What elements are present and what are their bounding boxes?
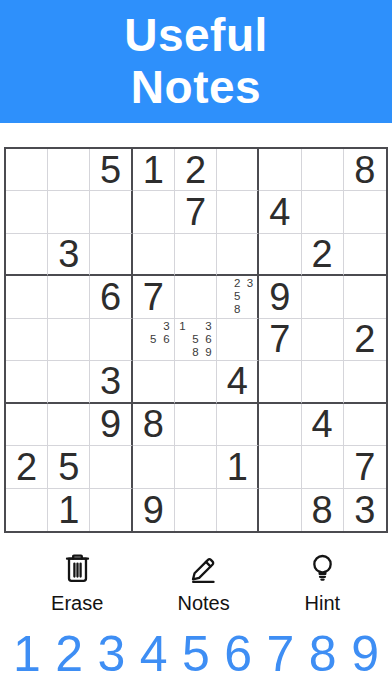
cell-r6c3[interactable]: 3: [90, 361, 132, 403]
cell-r8c8[interactable]: [302, 446, 344, 488]
cell-r7c2[interactable]: [48, 404, 90, 446]
cell-r7c5[interactable]: [175, 404, 217, 446]
cell-r8c6[interactable]: 1: [217, 446, 259, 488]
cell-r6c9[interactable]: [344, 361, 386, 403]
cell-r2c4[interactable]: [133, 191, 175, 233]
pencil-notes: 2358: [218, 277, 256, 316]
cell-r7c1[interactable]: [6, 404, 48, 446]
cell-r8c3[interactable]: [90, 446, 132, 488]
cell-r4c2[interactable]: [48, 276, 90, 318]
cell-r9c5[interactable]: [175, 489, 217, 531]
cell-r8c4[interactable]: [133, 446, 175, 488]
cell-r2c8[interactable]: [302, 191, 344, 233]
cell-r9c4[interactable]: 9: [133, 489, 175, 531]
trash-icon: [59, 550, 96, 590]
cell-r2c3[interactable]: [90, 191, 132, 233]
cell-r9c7[interactable]: [259, 489, 301, 531]
cell-r5c1[interactable]: [6, 319, 48, 361]
cell-r4c1[interactable]: [6, 276, 48, 318]
cell-r2c1[interactable]: [6, 191, 48, 233]
header-banner: Useful Notes: [0, 0, 392, 123]
cell-r5c9[interactable]: 2: [344, 319, 386, 361]
numpad-1[interactable]: 1: [13, 625, 41, 683]
cell-r3c3[interactable]: [90, 234, 132, 276]
cell-r8c7[interactable]: [259, 446, 301, 488]
notes-label: Notes: [177, 592, 229, 615]
cell-r1c9[interactable]: 8: [344, 149, 386, 191]
cell-r5c2[interactable]: [48, 319, 90, 361]
cell-r4c5[interactable]: [175, 276, 217, 318]
cell-r1c5[interactable]: 2: [175, 149, 217, 191]
cell-r1c6[interactable]: [217, 149, 259, 191]
cell-r6c2[interactable]: [48, 361, 90, 403]
cell-r8c5[interactable]: [175, 446, 217, 488]
cell-r2c6[interactable]: [217, 191, 259, 233]
cell-r4c9[interactable]: [344, 276, 386, 318]
cell-r2c7[interactable]: 4: [259, 191, 301, 233]
cell-r6c6[interactable]: 4: [217, 361, 259, 403]
numpad-4[interactable]: 4: [140, 625, 168, 683]
cell-r7c3[interactable]: 9: [90, 404, 132, 446]
cell-r5c8[interactable]: [302, 319, 344, 361]
cell-r2c9[interactable]: [344, 191, 386, 233]
pencil-icon: [185, 550, 222, 590]
cell-r9c8[interactable]: 8: [302, 489, 344, 531]
cell-r6c1[interactable]: [6, 361, 48, 403]
erase-button[interactable]: Erase: [51, 550, 103, 615]
cell-r8c1[interactable]: 2: [6, 446, 48, 488]
cell-r4c6[interactable]: 2358: [217, 276, 259, 318]
cell-r6c4[interactable]: [133, 361, 175, 403]
cell-r1c8[interactable]: [302, 149, 344, 191]
sudoku-board: 512874326723589356135689723498425171983: [4, 147, 388, 533]
cell-r1c3[interactable]: 5: [90, 149, 132, 191]
cell-r5c7[interactable]: 7: [259, 319, 301, 361]
cell-r6c8[interactable]: [302, 361, 344, 403]
cell-r9c3[interactable]: [90, 489, 132, 531]
cell-r3c1[interactable]: [6, 234, 48, 276]
cell-r3c5[interactable]: [175, 234, 217, 276]
hint-button[interactable]: Hint: [304, 550, 341, 615]
numpad-5[interactable]: 5: [182, 625, 210, 683]
pencil-notes: 135689: [176, 320, 215, 359]
erase-label: Erase: [51, 592, 103, 615]
cell-r3c6[interactable]: [217, 234, 259, 276]
numpad-8[interactable]: 8: [309, 625, 337, 683]
cell-r8c9[interactable]: 7: [344, 446, 386, 488]
cell-r7c7[interactable]: [259, 404, 301, 446]
cell-r7c9[interactable]: [344, 404, 386, 446]
cell-r1c4[interactable]: 1: [133, 149, 175, 191]
banner-title-line2: Notes: [0, 61, 392, 113]
cell-r2c5[interactable]: 7: [175, 191, 217, 233]
cell-r4c8[interactable]: [302, 276, 344, 318]
cell-r1c1[interactable]: [6, 149, 48, 191]
notes-button[interactable]: Notes: [177, 550, 229, 615]
cell-r7c6[interactable]: [217, 404, 259, 446]
cell-r9c1[interactable]: [6, 489, 48, 531]
cell-r7c4[interactable]: 8: [133, 404, 175, 446]
numpad-9[interactable]: 9: [351, 625, 379, 683]
cell-r9c2[interactable]: 1: [48, 489, 90, 531]
cell-r4c7[interactable]: 9: [259, 276, 301, 318]
toolbar: Erase Notes Hi: [0, 550, 392, 615]
cell-r5c5[interactable]: 135689: [175, 319, 217, 361]
cell-r8c2[interactable]: 5: [48, 446, 90, 488]
cell-r3c4[interactable]: [133, 234, 175, 276]
numpad-7[interactable]: 7: [267, 625, 295, 683]
numpad-3[interactable]: 3: [98, 625, 126, 683]
cell-r9c6[interactable]: [217, 489, 259, 531]
lightbulb-icon: [304, 550, 341, 590]
cell-r4c3[interactable]: 6: [90, 276, 132, 318]
cell-r2c2[interactable]: [48, 191, 90, 233]
cell-r4c4[interactable]: 7: [133, 276, 175, 318]
number-pad: 123456789: [0, 625, 392, 683]
pencil-notes: 356: [134, 320, 173, 359]
numpad-2[interactable]: 2: [55, 625, 83, 683]
hint-label: Hint: [305, 592, 341, 615]
cell-r3c7[interactable]: [259, 234, 301, 276]
cell-r5c3[interactable]: [90, 319, 132, 361]
cell-r3c8[interactable]: 2: [302, 234, 344, 276]
numpad-6[interactable]: 6: [224, 625, 252, 683]
cell-r6c5[interactable]: [175, 361, 217, 403]
cell-r3c2[interactable]: 3: [48, 234, 90, 276]
cell-r3c9[interactable]: [344, 234, 386, 276]
banner-title-line1: Useful: [0, 9, 392, 61]
cell-r7c8[interactable]: 4: [302, 404, 344, 446]
cell-r5c4[interactable]: 356: [133, 319, 175, 361]
sudoku-app: Useful Notes 512874326723589356135689723…: [0, 0, 392, 683]
cell-r5c6[interactable]: [217, 319, 259, 361]
cell-r9c9[interactable]: 3: [344, 489, 386, 531]
cell-r1c2[interactable]: [48, 149, 90, 191]
cell-r6c7[interactable]: [259, 361, 301, 403]
cell-r1c7[interactable]: [259, 149, 301, 191]
